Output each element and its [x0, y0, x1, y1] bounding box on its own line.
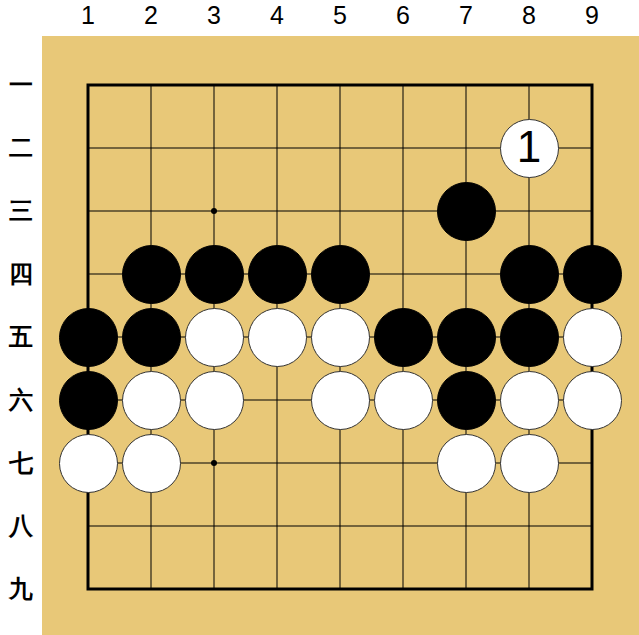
white-stone-2-7	[122, 434, 181, 493]
white-stone-8-7	[500, 434, 559, 493]
column-label-7: 7	[459, 1, 473, 30]
black-stone-6-5	[374, 308, 433, 367]
white-stone-8-6	[500, 371, 559, 430]
black-stone-9-4	[563, 245, 622, 304]
go-diagram: 1 2 3 4 5 6 7 8 9 一 二 三 四 五 六 七 八 九 1	[0, 0, 639, 635]
white-stone-move-1: 1	[500, 119, 559, 178]
white-stone-9-6	[563, 371, 622, 430]
row-label-9: 九	[9, 573, 33, 605]
row-label-8: 八	[9, 510, 33, 542]
column-label-1: 1	[81, 1, 95, 30]
column-label-9: 9	[585, 1, 599, 30]
black-stone-7-6	[437, 371, 496, 430]
row-label-4: 四	[9, 258, 33, 290]
black-stone-7-5	[437, 308, 496, 367]
column-label-4: 4	[270, 1, 284, 30]
black-stone-4-4	[248, 245, 307, 304]
stones-layer: 1	[57, 54, 624, 621]
black-stone-1-5	[59, 308, 118, 367]
black-stone-5-4	[311, 245, 370, 304]
column-label-6: 6	[396, 1, 410, 30]
white-stone-6-6	[374, 371, 433, 430]
black-stone-8-5	[500, 308, 559, 367]
column-label-8: 8	[522, 1, 536, 30]
row-label-7: 七	[9, 447, 33, 479]
white-stone-3-5	[185, 308, 244, 367]
white-stone-9-5	[563, 308, 622, 367]
white-stone-7-7	[437, 434, 496, 493]
black-stone-8-4	[500, 245, 559, 304]
row-label-2: 二	[9, 132, 33, 164]
row-label-3: 三	[9, 195, 33, 227]
white-stone-2-6	[122, 371, 181, 430]
column-label-5: 5	[333, 1, 347, 30]
white-stone-3-6	[185, 371, 244, 430]
white-stone-4-5	[248, 308, 307, 367]
black-stone-3-4	[185, 245, 244, 304]
white-stone-5-5	[311, 308, 370, 367]
column-label-3: 3	[207, 1, 221, 30]
black-stone-1-6	[59, 371, 118, 430]
black-stone-2-5	[122, 308, 181, 367]
row-label-1: 一	[9, 69, 33, 101]
column-label-2: 2	[144, 1, 158, 30]
row-label-5: 五	[9, 321, 33, 353]
black-stone-7-3	[437, 182, 496, 241]
black-stone-2-4	[122, 245, 181, 304]
white-stone-1-7	[59, 434, 118, 493]
row-label-6: 六	[9, 384, 33, 416]
white-stone-5-6	[311, 371, 370, 430]
